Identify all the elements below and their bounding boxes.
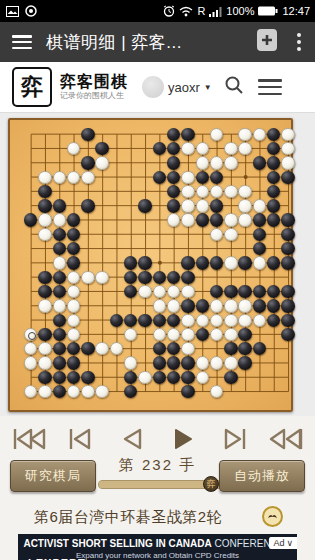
white-stone: [253, 256, 266, 269]
black-stone: [281, 256, 294, 269]
black-stone: [167, 314, 180, 327]
site-header: 弈 弈客围棋 记录你的围棋人生 yaoxr ▼: [0, 62, 315, 112]
black-stone: [238, 328, 251, 341]
white-stone: [38, 342, 51, 355]
white-stone: [224, 314, 237, 327]
black-stone: [153, 271, 166, 284]
white-stone: [181, 199, 194, 212]
black-stone: [38, 199, 51, 212]
white-stone: [224, 213, 237, 226]
black-stone: [210, 213, 223, 226]
ad-headline: ACTIVIST SHORT SELLING IN CANADA CONFERE…: [18, 538, 290, 549]
black-stone: [167, 356, 180, 369]
black-stone: [181, 128, 194, 141]
black-stone: [196, 328, 209, 341]
white-stone: [167, 299, 180, 312]
black-stone: [210, 199, 223, 212]
white-stone: [196, 314, 209, 327]
black-stone: [267, 256, 280, 269]
progress-fill: [99, 481, 211, 488]
search-icon[interactable]: [224, 75, 244, 99]
white-stone: [153, 328, 166, 341]
last-move-marker: [28, 332, 36, 340]
black-stone: [238, 285, 251, 298]
black-stone: [238, 256, 251, 269]
white-stone: [196, 185, 209, 198]
white-stone: [181, 171, 194, 184]
black-stone: [24, 213, 37, 226]
white-stone: [53, 171, 66, 184]
avatar: [142, 76, 164, 98]
white-stone: [181, 285, 194, 298]
black-stone: [224, 371, 237, 384]
event-title: 第6届台湾中环碁圣战第2轮: [34, 508, 222, 527]
white-stone: [210, 156, 223, 169]
black-stone: [196, 299, 209, 312]
black-stone: [281, 314, 294, 327]
black-stone: [281, 299, 294, 312]
battery-percent-label: 100%: [226, 5, 254, 17]
white-stone: [67, 314, 80, 327]
black-stone: [196, 171, 209, 184]
black-stone: [53, 371, 66, 384]
black-stone: [196, 213, 209, 226]
black-stone: [224, 342, 237, 355]
black-stone: [38, 285, 51, 298]
black-stone: [81, 342, 94, 355]
black-stone: [181, 385, 194, 398]
white-stone: [53, 213, 66, 226]
username-label: yaoxr: [168, 80, 200, 95]
black-stone: [53, 328, 66, 341]
white-stone: [53, 299, 66, 312]
black-stone: [38, 328, 51, 341]
user-menu[interactable]: yaoxr ▼: [142, 76, 212, 98]
overflow-menu-icon[interactable]: [293, 31, 305, 53]
white-stone: [181, 142, 194, 155]
white-stone: [224, 228, 237, 241]
white-stone: [38, 385, 51, 398]
black-stone: [38, 371, 51, 384]
yike-logo[interactable]: 弈: [12, 67, 52, 107]
black-stone: [138, 314, 151, 327]
signal-icon: [209, 6, 222, 17]
black-stone: [53, 228, 66, 241]
app-bar: 棋谱明细 | 弈客...: [0, 22, 315, 62]
white-stone: [67, 299, 80, 312]
page-title: 棋谱明细 | 弈客...: [46, 31, 182, 54]
white-stone: [38, 299, 51, 312]
controls-panel: 研究棋局 第 232 手 弈 自动播放 第6届台湾中环碁圣战第2轮 ACTIVI…: [0, 416, 315, 560]
black-stone: [267, 199, 280, 212]
black-stone: [153, 314, 166, 327]
network-type-label: R: [197, 5, 205, 17]
white-stone: [95, 385, 108, 398]
play-button[interactable]: [164, 424, 202, 454]
white-stone: [281, 142, 294, 155]
black-stone: [53, 314, 66, 327]
white-stone: [138, 285, 151, 298]
white-stone: [210, 314, 223, 327]
white-stone: [181, 185, 194, 198]
black-stone: [196, 256, 209, 269]
black-stone: [110, 314, 123, 327]
black-stone: [181, 256, 194, 269]
black-stone: [253, 228, 266, 241]
progress-slider[interactable]: 弈: [98, 480, 222, 489]
black-stone: [210, 171, 223, 184]
white-stone: [196, 371, 209, 384]
white-stone: [196, 356, 209, 369]
black-stone: [167, 199, 180, 212]
white-stone: [38, 171, 51, 184]
black-stone: [67, 213, 80, 226]
screenshot-icon: [6, 6, 19, 17]
black-stone: [95, 142, 108, 155]
medal-badge-icon[interactable]: [262, 506, 283, 527]
black-stone: [281, 242, 294, 255]
white-stone: [253, 128, 266, 141]
black-stone: [224, 285, 237, 298]
clock-label: 12:47: [282, 5, 310, 17]
record-icon: [25, 5, 37, 17]
black-stone: [67, 256, 80, 269]
white-stone: [253, 199, 266, 212]
black-stone: [281, 171, 294, 184]
white-stone: [238, 199, 251, 212]
white-stone: [224, 356, 237, 369]
progress-knob[interactable]: 弈: [203, 476, 219, 492]
back-10-button[interactable]: [61, 424, 99, 454]
white-stone: [238, 299, 251, 312]
black-stone: [138, 199, 151, 212]
white-stone: [24, 356, 37, 369]
board-zone: [0, 113, 315, 416]
white-stone: [224, 185, 237, 198]
white-stone: [181, 328, 194, 341]
black-stone: [153, 371, 166, 384]
white-stone: [281, 156, 294, 169]
wifi-icon: [179, 6, 193, 17]
white-stone: [238, 128, 251, 141]
white-stone: [138, 371, 151, 384]
white-stone: [253, 314, 266, 327]
white-stone: [81, 271, 94, 284]
add-page-icon[interactable]: [255, 27, 279, 57]
white-stone: [95, 156, 108, 169]
black-stone: [253, 156, 266, 169]
black-stone: [38, 185, 51, 198]
autoplay-button[interactable]: 自动播放: [219, 460, 305, 492]
black-stone: [281, 228, 294, 241]
white-stone: [38, 356, 51, 369]
white-stone: [153, 299, 166, 312]
status-bar: R 100% 12:47: [0, 0, 315, 22]
black-stone: [81, 128, 94, 141]
event-row: 第6届台湾中环碁圣战第2轮: [0, 504, 315, 530]
forward-10-button[interactable]: [216, 424, 254, 454]
white-stone: [181, 213, 194, 226]
black-stone: [281, 213, 294, 226]
white-stone: [224, 142, 237, 155]
white-stone: [95, 271, 108, 284]
goban-grid[interactable]: [24, 127, 296, 399]
black-stone: [267, 299, 280, 312]
black-stone: [81, 199, 94, 212]
white-stone: [210, 299, 223, 312]
black-stone: [267, 213, 280, 226]
step-back-button[interactable]: [113, 424, 151, 454]
black-stone: [81, 371, 94, 384]
go-board[interactable]: [8, 118, 293, 412]
black-stone: [238, 356, 251, 369]
black-stone: [53, 199, 66, 212]
battery-icon: [258, 6, 278, 16]
media-row: [10, 424, 305, 454]
brand-name: 弈客围棋: [60, 73, 128, 91]
white-stone: [224, 156, 237, 169]
black-stone: [253, 299, 266, 312]
skip-to-end-button[interactable]: [267, 424, 305, 454]
white-stone: [81, 171, 94, 184]
white-stone: [196, 156, 209, 169]
black-stone: [53, 356, 66, 369]
black-stone: [267, 156, 280, 169]
site-menu-icon[interactable]: [258, 79, 282, 95]
white-stone: [181, 314, 194, 327]
white-stone: [167, 213, 180, 226]
black-stone: [181, 299, 194, 312]
black-stone: [181, 356, 194, 369]
alarm-icon: [163, 5, 175, 17]
ad-banner[interactable]: ACTIVIST SHORT SELLING IN CANADA CONFERE…: [18, 534, 297, 560]
white-stone: [238, 314, 251, 327]
black-stone: [281, 285, 294, 298]
white-stone: [238, 142, 251, 155]
black-stone: [281, 328, 294, 341]
black-stone: [210, 256, 223, 269]
black-stone: [53, 271, 66, 284]
brand-tagline: 记录你的围棋人生: [60, 92, 128, 101]
drawer-menu-icon[interactable]: [12, 35, 32, 49]
white-stone: [238, 185, 251, 198]
white-stone: [38, 228, 51, 241]
black-stone: [67, 356, 80, 369]
ad-choices-tag[interactable]: Ad∨: [269, 537, 297, 549]
chevron-down-icon: ▼: [204, 83, 212, 92]
research-button[interactable]: 研究棋局: [10, 460, 96, 492]
white-stone: [181, 342, 194, 355]
black-stone: [153, 356, 166, 369]
white-stone: [224, 256, 237, 269]
black-stone: [181, 371, 194, 384]
black-stone: [167, 156, 180, 169]
white-stone: [238, 213, 251, 226]
black-stone: [124, 256, 137, 269]
black-stone: [138, 256, 151, 269]
white-stone: [81, 385, 94, 398]
black-stone: [38, 271, 51, 284]
white-stone: [38, 213, 51, 226]
white-stone: [196, 199, 209, 212]
white-stone: [224, 328, 237, 341]
white-stone: [281, 128, 294, 141]
white-stone: [210, 356, 223, 369]
black-stone: [153, 171, 166, 184]
skip-to-start-button[interactable]: [10, 424, 48, 454]
white-stone: [224, 299, 237, 312]
white-stone: [53, 256, 66, 269]
black-stone: [253, 213, 266, 226]
black-stone: [138, 271, 151, 284]
black-stone: [81, 156, 94, 169]
move-number-label: 第 232 手: [95, 456, 220, 475]
black-stone: [181, 271, 194, 284]
white-stone: [67, 171, 80, 184]
